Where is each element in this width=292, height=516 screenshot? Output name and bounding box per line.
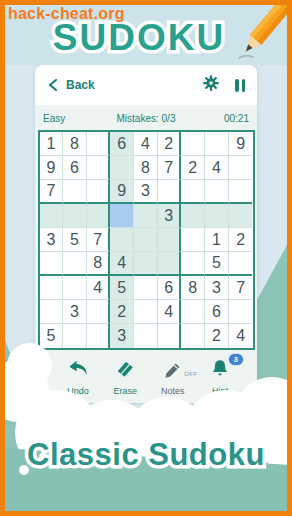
cell-r1c1[interactable]: 1 [40, 132, 64, 156]
hint-count-badge: 3 [228, 353, 244, 366]
cell-r2c7[interactable]: 2 [181, 156, 205, 180]
cell-r1c8[interactable] [205, 132, 229, 156]
cell-r6c1[interactable] [40, 252, 64, 276]
erase-label: Erase [114, 386, 138, 396]
app-frame: SUDOKU SUDOKU hack-cheat.org [0, 0, 292, 516]
difficulty-label: Easy [43, 113, 65, 124]
cell-r6c3[interactable]: 8 [87, 252, 111, 276]
cell-r2c4[interactable] [110, 156, 134, 180]
cell-r3c5[interactable]: 3 [134, 180, 158, 204]
cell-r6c7[interactable] [181, 252, 205, 276]
cell-r7c8[interactable]: 3 [205, 276, 229, 300]
cell-r8c4[interactable]: 2 [110, 300, 134, 324]
cell-r4c8[interactable] [205, 204, 229, 228]
cell-r9c8[interactable]: 2 [205, 324, 229, 348]
status-row: Easy Mistakes: 0/3 00:21 [35, 107, 257, 129]
watermark-text: hack-cheat.org [8, 5, 125, 23]
cell-r1c2[interactable]: 8 [63, 132, 87, 156]
cell-r6c4[interactable]: 4 [110, 252, 134, 276]
cell-r3c1[interactable]: 7 [40, 180, 64, 204]
cell-r3c4[interactable]: 9 [110, 180, 134, 204]
cell-r7c3[interactable]: 4 [87, 276, 111, 300]
game-card: Back [35, 65, 257, 403]
cell-r1c4[interactable]: 6 [110, 132, 134, 156]
cell-r1c5[interactable]: 4 [134, 132, 158, 156]
cell-r7c9[interactable]: 7 [229, 276, 253, 300]
cell-r9c2[interactable] [63, 324, 87, 348]
cell-r1c9[interactable]: 9 [229, 132, 253, 156]
notes-pencil-icon [162, 358, 184, 384]
cell-r6c9[interactable] [229, 252, 253, 276]
cell-r7c6[interactable]: 6 [158, 276, 182, 300]
back-label: Back [66, 78, 95, 92]
cell-r7c2[interactable] [63, 276, 87, 300]
cell-r2c2[interactable]: 6 [63, 156, 87, 180]
cell-r1c7[interactable] [181, 132, 205, 156]
undo-icon [67, 358, 89, 384]
cell-r5c8[interactable]: 1 [205, 228, 229, 252]
cell-r9c5[interactable] [134, 324, 158, 348]
cell-r7c1[interactable] [40, 276, 64, 300]
erase-icon [114, 358, 136, 384]
back-button[interactable]: Back [47, 78, 95, 92]
erase-button[interactable]: Erase [104, 358, 146, 396]
cell-r8c2[interactable]: 3 [63, 300, 87, 324]
cell-r2c1[interactable]: 9 [40, 156, 64, 180]
cell-r6c2[interactable] [63, 252, 87, 276]
cell-r4c1[interactable] [40, 204, 64, 228]
notes-label: Notes [161, 386, 185, 396]
cell-r9c3[interactable] [87, 324, 111, 348]
cell-r4c7[interactable] [181, 204, 205, 228]
footer-title-text: Classic Sudoku [5, 437, 287, 473]
cell-r5c3[interactable]: 7 [87, 228, 111, 252]
banner-title-text: SUDOKU [39, 17, 239, 59]
cell-r4c3[interactable] [87, 204, 111, 228]
cell-r6c6[interactable] [158, 252, 182, 276]
cell-r4c2[interactable] [63, 204, 87, 228]
cell-r9c4[interactable]: 3 [110, 324, 134, 348]
cell-r2c5[interactable]: 8 [134, 156, 158, 180]
cell-r5c6[interactable] [158, 228, 182, 252]
cell-r5c5[interactable] [134, 228, 158, 252]
cell-r5c1[interactable]: 3 [40, 228, 64, 252]
cell-r2c6[interactable]: 7 [158, 156, 182, 180]
cell-r6c5[interactable] [134, 252, 158, 276]
cell-r2c9[interactable] [229, 156, 253, 180]
cell-r5c2[interactable]: 5 [63, 228, 87, 252]
cell-r4c5[interactable] [134, 204, 158, 228]
cell-r9c7[interactable] [181, 324, 205, 348]
cell-r2c8[interactable]: 4 [205, 156, 229, 180]
settings-gear-icon[interactable] [202, 74, 220, 96]
cell-r5c9[interactable]: 2 [229, 228, 253, 252]
cell-r2c3[interactable] [87, 156, 111, 180]
banner-title: SUDOKU SUDOKU [39, 17, 239, 63]
cell-r9c9[interactable]: 4 [229, 324, 253, 348]
cell-r4c9[interactable] [229, 204, 253, 228]
back-chevron-icon [47, 78, 59, 92]
cell-r8c9[interactable] [229, 300, 253, 324]
cell-r7c7[interactable]: 8 [181, 276, 205, 300]
pause-button[interactable] [235, 79, 245, 92]
notes-off-badge: OFF [184, 371, 198, 377]
cell-r3c3[interactable] [87, 180, 111, 204]
sudoku-grid: 18642996872479333571284545683732465324 [38, 130, 255, 350]
card-body: Easy Mistakes: 0/3 00:21 186429968724793… [35, 105, 257, 403]
cell-r9c1[interactable]: 5 [40, 324, 64, 348]
cell-r5c4[interactable] [110, 228, 134, 252]
cell-r1c3[interactable] [87, 132, 111, 156]
notes-button[interactable]: OFF Notes [152, 358, 194, 396]
cell-r3c9[interactable] [229, 180, 253, 204]
cell-r5c7[interactable] [181, 228, 205, 252]
cell-r1c6[interactable]: 2 [158, 132, 182, 156]
cell-r8c3[interactable] [87, 300, 111, 324]
cell-r3c7[interactable] [181, 180, 205, 204]
card-header: Back [35, 65, 257, 105]
cell-r8c1[interactable] [40, 300, 64, 324]
cell-r3c6[interactable] [158, 180, 182, 204]
cell-r6c8[interactable]: 5 [205, 252, 229, 276]
cell-r4c4[interactable] [110, 204, 134, 228]
timer-label: 00:21 [224, 113, 249, 124]
footer-title: Classic Sudoku Classic Sudoku [5, 437, 287, 483]
pencil-icon [229, 5, 289, 65]
cell-r4c6[interactable]: 3 [158, 204, 182, 228]
cell-r7c5[interactable] [134, 276, 158, 300]
cell-r8c5[interactable] [134, 300, 158, 324]
cell-r8c8[interactable]: 6 [205, 300, 229, 324]
cell-r7c4[interactable]: 5 [110, 276, 134, 300]
cell-r3c8[interactable] [205, 180, 229, 204]
cell-r3c2[interactable] [63, 180, 87, 204]
cell-r8c6[interactable]: 4 [158, 300, 182, 324]
cell-r8c7[interactable] [181, 300, 205, 324]
cell-r9c6[interactable] [158, 324, 182, 348]
